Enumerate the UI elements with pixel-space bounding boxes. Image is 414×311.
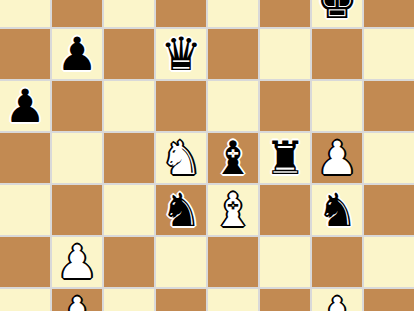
square-g5[interactable]: ♟ (312, 133, 362, 183)
piece-black-queen-d7[interactable]: ♛ (160, 29, 201, 79)
square-h8[interactable] (364, 0, 414, 27)
square-d4[interactable]: ♞ (156, 185, 206, 235)
square-b3[interactable]: ♟ (52, 237, 102, 287)
square-h3[interactable] (364, 237, 414, 287)
square-h2[interactable] (364, 289, 414, 311)
piece-white-pawn-b3[interactable]: ♟ (56, 237, 97, 287)
square-h6[interactable] (364, 81, 414, 131)
square-g6[interactable] (312, 81, 362, 131)
square-c6[interactable] (104, 81, 154, 131)
square-c7[interactable] (104, 29, 154, 79)
square-b6[interactable] (52, 81, 102, 131)
piece-black-king-g8[interactable]: ♚ (316, 0, 357, 27)
piece-white-pawn-b2[interactable]: ♟ (56, 289, 97, 311)
square-f6[interactable] (260, 81, 310, 131)
piece-black-rook-f5[interactable]: ♜ (264, 133, 305, 183)
square-a3[interactable] (0, 237, 50, 287)
square-b7[interactable]: ♟ (52, 29, 102, 79)
square-h5[interactable] (364, 133, 414, 183)
square-d5[interactable]: ♞ (156, 133, 206, 183)
square-g7[interactable] (312, 29, 362, 79)
piece-black-knight-g4[interactable]: ♞ (316, 185, 357, 235)
piece-white-knight-d5[interactable]: ♞ (160, 133, 201, 183)
square-f7[interactable] (260, 29, 310, 79)
square-b8[interactable] (52, 0, 102, 27)
piece-black-pawn-b7[interactable]: ♟ (56, 29, 97, 79)
square-a2[interactable] (0, 289, 50, 311)
square-g8[interactable]: ♚ (312, 0, 362, 27)
square-c4[interactable] (104, 185, 154, 235)
piece-white-bishop-e4[interactable]: ♝ (212, 185, 253, 235)
square-d3[interactable] (156, 237, 206, 287)
square-f8[interactable] (260, 0, 310, 27)
chess-app-viewport: ♚♟♛♟♞♝♜♟♞♝♞♟♟♟ (0, 0, 414, 311)
piece-white-pawn-g2[interactable]: ♟ (316, 289, 357, 311)
square-e3[interactable] (208, 237, 258, 287)
piece-black-pawn-a6[interactable]: ♟ (4, 81, 45, 131)
piece-black-knight-d4[interactable]: ♞ (160, 185, 201, 235)
square-c8[interactable] (104, 0, 154, 27)
square-g3[interactable] (312, 237, 362, 287)
square-c5[interactable] (104, 133, 154, 183)
square-f2[interactable] (260, 289, 310, 311)
square-e7[interactable] (208, 29, 258, 79)
square-d7[interactable]: ♛ (156, 29, 206, 79)
square-d6[interactable] (156, 81, 206, 131)
square-f5[interactable]: ♜ (260, 133, 310, 183)
square-c3[interactable] (104, 237, 154, 287)
square-e5[interactable]: ♝ (208, 133, 258, 183)
square-g4[interactable]: ♞ (312, 185, 362, 235)
chess-board: ♚♟♛♟♞♝♜♟♞♝♞♟♟♟ (0, 0, 414, 311)
square-b5[interactable] (52, 133, 102, 183)
square-b2[interactable]: ♟ (52, 289, 102, 311)
square-a4[interactable] (0, 185, 50, 235)
square-a8[interactable] (0, 0, 50, 27)
square-h7[interactable] (364, 29, 414, 79)
square-f3[interactable] (260, 237, 310, 287)
square-a5[interactable] (0, 133, 50, 183)
square-e8[interactable] (208, 0, 258, 27)
square-d8[interactable] (156, 0, 206, 27)
square-e2[interactable] (208, 289, 258, 311)
square-h4[interactable] (364, 185, 414, 235)
square-e6[interactable] (208, 81, 258, 131)
square-f4[interactable] (260, 185, 310, 235)
square-c2[interactable] (104, 289, 154, 311)
square-b4[interactable] (52, 185, 102, 235)
square-a7[interactable] (0, 29, 50, 79)
square-e4[interactable]: ♝ (208, 185, 258, 235)
piece-black-bishop-e5[interactable]: ♝ (212, 133, 253, 183)
square-g2[interactable]: ♟ (312, 289, 362, 311)
piece-white-pawn-g5[interactable]: ♟ (316, 133, 357, 183)
square-d2[interactable] (156, 289, 206, 311)
square-a6[interactable]: ♟ (0, 81, 50, 131)
